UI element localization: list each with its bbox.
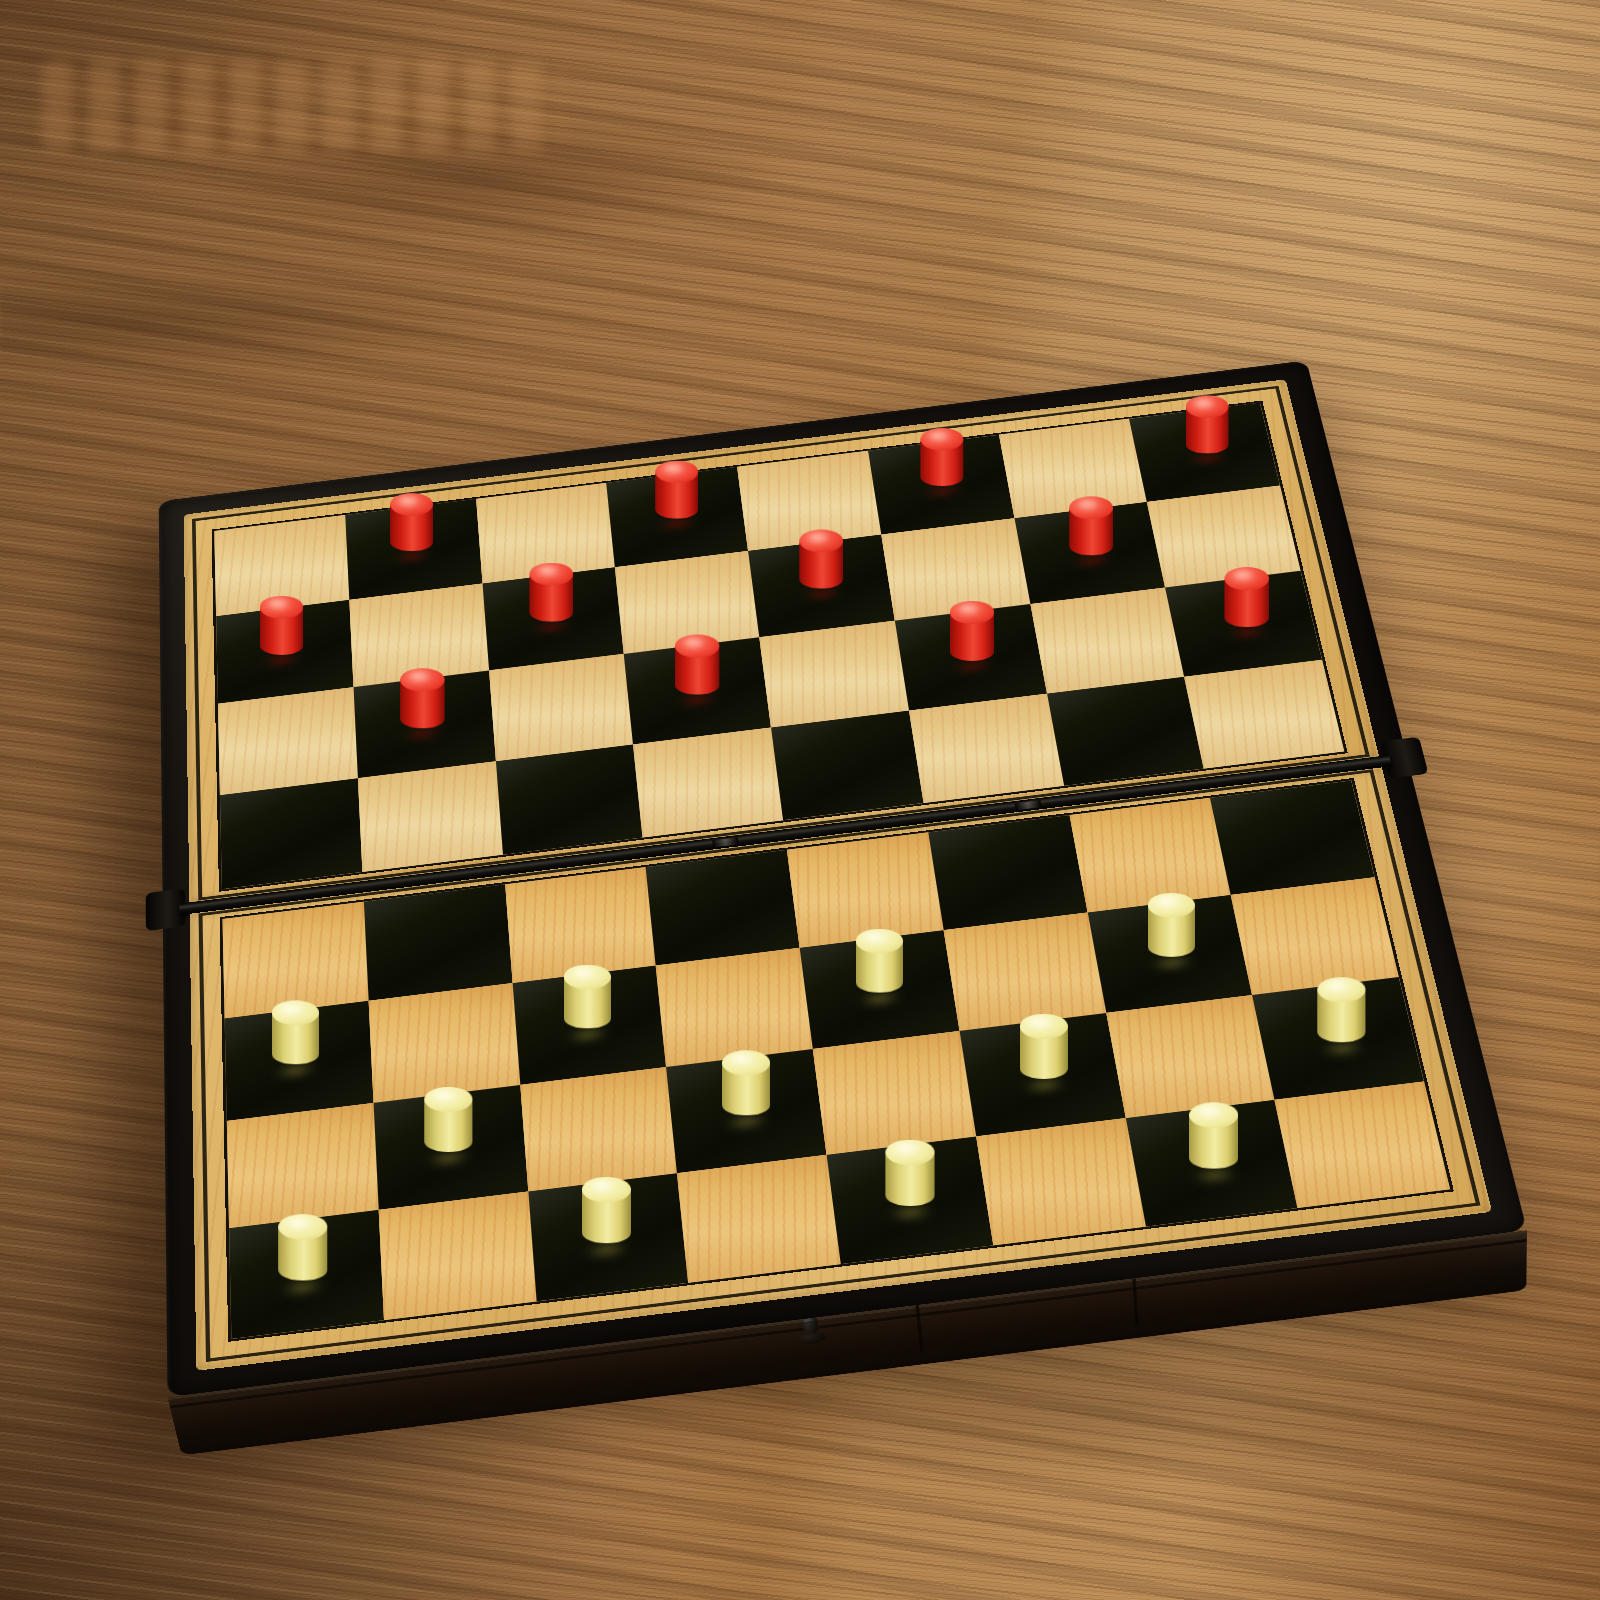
scene — [0, 0, 1600, 1600]
yellow-checker-piece[interactable] — [1148, 893, 1195, 957]
clasp-foot — [797, 1331, 826, 1346]
piece-top — [1185, 396, 1228, 418]
red-checker-piece[interactable] — [949, 601, 994, 661]
red-checker-piece[interactable] — [260, 596, 304, 655]
red-checker-piece[interactable] — [530, 563, 574, 622]
yellow-checker-piece[interactable] — [1019, 1014, 1067, 1079]
red-checker-piece[interactable] — [675, 635, 720, 695]
yellow-checker-piece[interactable] — [278, 1214, 327, 1281]
piece-top — [400, 668, 445, 691]
yellow-checker-piece[interactable] — [564, 965, 611, 1029]
piece-top — [1224, 567, 1269, 590]
red-checker-piece[interactable] — [1224, 567, 1269, 627]
red-checker-piece[interactable] — [1185, 396, 1228, 454]
piece-top — [272, 1000, 319, 1025]
yellow-checker-piece[interactable] — [886, 1140, 935, 1207]
red-checker-piece[interactable] — [655, 461, 698, 519]
checkers-board — [184, 379, 1493, 1371]
yellow-checker-piece[interactable] — [722, 1050, 770, 1115]
clasp-knob — [792, 1314, 828, 1351]
piece-top — [856, 929, 903, 954]
piece-top — [530, 563, 574, 586]
piece-top — [260, 596, 304, 619]
piece-top — [949, 601, 994, 624]
red-checker-piece[interactable] — [920, 428, 963, 486]
yellow-checker-piece[interactable] — [272, 1000, 319, 1064]
piece-top — [886, 1140, 935, 1166]
yellow-checker-piece[interactable] — [1317, 977, 1365, 1042]
yellow-checker-piece[interactable] — [582, 1177, 631, 1244]
yellow-checker-piece[interactable] — [424, 1087, 472, 1152]
case-seam — [915, 1305, 923, 1352]
piece-top — [655, 461, 698, 483]
piece-top — [675, 635, 720, 658]
piece-top — [424, 1087, 472, 1112]
case-seam — [1133, 1278, 1139, 1325]
piece-top — [1189, 1102, 1238, 1128]
piece-top — [1019, 1014, 1067, 1039]
piece-top — [1317, 977, 1365, 1002]
red-checker-piece[interactable] — [800, 529, 844, 588]
piece-top — [800, 529, 844, 552]
red-checker-piece[interactable] — [1069, 496, 1113, 555]
piece-top — [722, 1050, 770, 1075]
yellow-checker-piece[interactable] — [1189, 1102, 1238, 1169]
piece-top — [390, 493, 433, 515]
piece-top — [1069, 496, 1113, 519]
piece-top — [278, 1214, 327, 1240]
piece-top — [564, 965, 611, 990]
yellow-checker-piece[interactable] — [856, 929, 903, 993]
piece-top — [582, 1177, 631, 1203]
product-photo — [0, 0, 1600, 1600]
red-checker-piece[interactable] — [400, 668, 445, 728]
piece-top — [1148, 893, 1195, 918]
red-checker-piece[interactable] — [390, 493, 433, 551]
piece-top — [920, 428, 963, 450]
